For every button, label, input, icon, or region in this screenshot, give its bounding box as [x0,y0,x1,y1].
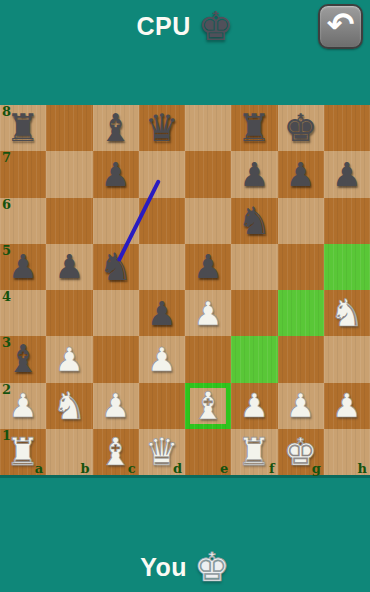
square-g3[interactable] [278,336,324,382]
square-c6[interactable] [93,198,139,244]
rank-label-4: 4 [2,289,11,304]
square-h1[interactable]: h [324,429,370,475]
square-g6[interactable] [278,198,324,244]
square-g1[interactable]: g♚ [278,429,324,475]
square-e7[interactable] [185,151,231,197]
square-e5[interactable]: ♟ [185,244,231,290]
white-pawn[interactable]: ♟ [185,290,231,336]
square-b1[interactable]: b [46,429,92,475]
white-pawn[interactable]: ♟ [93,383,139,429]
square-h7[interactable]: ♟ [324,151,370,197]
square-c2[interactable]: ♟ [93,383,139,429]
file-label-h: h [358,461,367,476]
square-f6[interactable]: ♞ [231,198,277,244]
opponent-label: CPU [136,12,190,41]
white-king-icon: ♚ [194,545,230,589]
white-pawn[interactable]: ♟ [231,383,277,429]
square-c1[interactable]: c♝ [93,429,139,475]
black-queen[interactable]: ♛ [139,105,185,151]
rank-label-6: 6 [2,197,11,212]
white-king[interactable]: ♚ [278,429,324,475]
black-rook[interactable]: ♜ [0,105,46,151]
black-pawn[interactable]: ♟ [0,244,46,290]
square-b5[interactable]: ♟ [46,244,92,290]
black-rook[interactable]: ♜ [231,105,277,151]
square-h8[interactable] [324,105,370,151]
white-rook[interactable]: ♜ [0,429,46,475]
square-a6[interactable]: 6 [0,198,46,244]
rank-label-7: 7 [2,150,11,165]
white-pawn[interactable]: ♟ [139,336,185,382]
square-f3[interactable] [231,336,277,382]
square-e2[interactable]: ♝ [185,383,231,429]
square-d4[interactable]: ♟ [139,290,185,336]
chess-board: 8♜♝♛♜♚7♟♟♟♟6♞5♟♟♞♟4♟♟♞3♝♟♟2♟♞♟♝♟♟♟1a♜bc♝… [0,105,370,478]
square-d1[interactable]: d♛ [139,429,185,475]
square-c5[interactable]: ♞ [93,244,139,290]
black-king[interactable]: ♚ [278,105,324,151]
square-h2[interactable]: ♟ [324,383,370,429]
square-b7[interactable] [46,151,92,197]
black-pawn[interactable]: ♟ [139,290,185,336]
square-g5[interactable] [278,244,324,290]
square-e6[interactable] [185,198,231,244]
square-a2[interactable]: 2♟ [0,383,46,429]
file-label-b: b [80,461,89,476]
black-pawn[interactable]: ♟ [185,244,231,290]
square-c8[interactable]: ♝ [93,105,139,151]
square-d2[interactable] [139,383,185,429]
black-knight[interactable]: ♞ [231,198,277,244]
square-f4[interactable] [231,290,277,336]
white-pawn[interactable]: ♟ [278,383,324,429]
square-a4[interactable]: 4 [0,290,46,336]
square-a8[interactable]: 8♜ [0,105,46,151]
square-h5[interactable] [324,244,370,290]
square-h4[interactable]: ♞ [324,290,370,336]
player-row: You ♚ [0,542,370,592]
black-bishop[interactable]: ♝ [93,105,139,151]
black-king-icon: ♚ [198,4,234,48]
square-d8[interactable]: ♛ [139,105,185,151]
square-f2[interactable]: ♟ [231,383,277,429]
undo-button[interactable]: ↶ [318,4,363,49]
white-bishop[interactable]: ♝ [185,383,231,429]
square-d6[interactable] [139,198,185,244]
black-pawn[interactable]: ♟ [324,151,370,197]
black-pawn[interactable]: ♟ [231,151,277,197]
square-e4[interactable]: ♟ [185,290,231,336]
square-b8[interactable] [46,105,92,151]
square-c4[interactable] [93,290,139,336]
square-c3[interactable] [93,336,139,382]
square-g2[interactable]: ♟ [278,383,324,429]
square-h6[interactable] [324,198,370,244]
black-pawn[interactable]: ♟ [46,244,92,290]
white-rook[interactable]: ♜ [231,429,277,475]
square-e8[interactable] [185,105,231,151]
square-a5[interactable]: 5♟ [0,244,46,290]
white-pawn[interactable]: ♟ [324,383,370,429]
square-b2[interactable]: ♞ [46,383,92,429]
white-pawn[interactable]: ♟ [46,336,92,382]
black-pawn[interactable]: ♟ [93,151,139,197]
black-bishop[interactable]: ♝ [0,336,46,382]
square-a7[interactable]: 7 [0,151,46,197]
white-knight[interactable]: ♞ [46,383,92,429]
square-f1[interactable]: f♜ [231,429,277,475]
black-knight[interactable]: ♞ [93,244,139,290]
square-g8[interactable]: ♚ [278,105,324,151]
square-h3[interactable] [324,336,370,382]
player-label: You [140,553,187,582]
white-bishop[interactable]: ♝ [93,429,139,475]
black-pawn[interactable]: ♟ [278,151,324,197]
square-b6[interactable] [46,198,92,244]
square-a1[interactable]: 1a♜ [0,429,46,475]
square-g7[interactable]: ♟ [278,151,324,197]
square-f8[interactable]: ♜ [231,105,277,151]
square-a3[interactable]: 3♝ [0,336,46,382]
square-e3[interactable] [185,336,231,382]
square-c7[interactable]: ♟ [93,151,139,197]
file-label-e: e [220,461,228,476]
white-pawn[interactable]: ♟ [0,383,46,429]
undo-arrow-icon: ↶ [327,8,355,41]
square-d3[interactable]: ♟ [139,336,185,382]
square-d5[interactable] [139,244,185,290]
white-knight[interactable]: ♞ [324,290,370,336]
square-f7[interactable]: ♟ [231,151,277,197]
square-e1[interactable]: e [185,429,231,475]
square-f5[interactable] [231,244,277,290]
square-b3[interactable]: ♟ [46,336,92,382]
square-g4[interactable] [278,290,324,336]
white-queen[interactable]: ♛ [139,429,185,475]
square-d7[interactable] [139,151,185,197]
opponent-row: CPU ♚ [0,1,370,51]
square-b4[interactable] [46,290,92,336]
